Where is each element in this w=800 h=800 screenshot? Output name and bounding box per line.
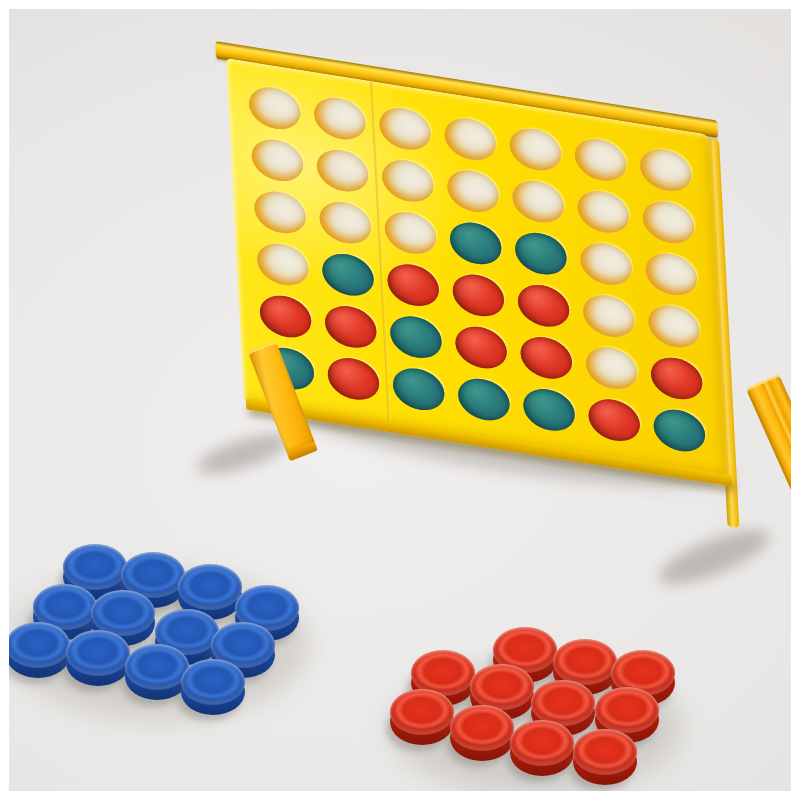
red-checker (450, 705, 514, 761)
red-disc-in-board (386, 260, 440, 309)
red-disc-in-board (452, 270, 506, 319)
empty-hole (509, 125, 563, 174)
red-disc-in-board (517, 281, 571, 330)
blue-checker (6, 622, 70, 678)
blue-disc-in-board (389, 312, 443, 361)
checker-top-face (595, 687, 659, 733)
empty-hole (251, 135, 305, 184)
red-disc-in-board (520, 333, 574, 382)
empty-hole (585, 343, 639, 392)
empty-hole (248, 83, 302, 132)
blue-disc-in-board (457, 375, 511, 424)
cell-d1 (450, 368, 518, 430)
blue-disc-in-board (514, 229, 568, 278)
red-disc-in-board (259, 292, 313, 341)
empty-hole (642, 197, 696, 246)
empty-hole (313, 94, 367, 143)
cell-g1 (645, 399, 713, 461)
checker-top-face (450, 705, 514, 751)
empty-hole (316, 146, 370, 195)
empty-hole (579, 239, 633, 288)
cell-b1 (320, 347, 388, 409)
blue-disc-in-board (321, 250, 375, 299)
red-checker (510, 720, 574, 776)
red-disc-in-board (324, 302, 378, 351)
empty-hole (446, 166, 500, 215)
empty-hole (381, 156, 435, 205)
empty-hole (644, 249, 698, 298)
empty-hole (384, 208, 438, 257)
red-disc-in-board (650, 353, 704, 402)
checker-top-face (125, 644, 189, 690)
blue-disc-in-board (653, 406, 707, 455)
photo-frame (0, 0, 800, 800)
checker-top-face (573, 729, 637, 775)
cell-c1 (385, 358, 453, 420)
right-foot-shadow (653, 519, 775, 595)
red-checker (573, 729, 637, 785)
cell-e1 (515, 378, 583, 440)
checker-top-face (181, 659, 245, 705)
red-disc-in-board (454, 322, 508, 371)
empty-hole (443, 114, 497, 163)
blue-checker (125, 644, 189, 700)
red-disc-in-board (327, 354, 381, 403)
empty-hole (256, 239, 310, 288)
empty-hole (582, 291, 636, 340)
checker-top-face (66, 630, 130, 676)
blue-checker (181, 659, 245, 715)
checker-top-face (553, 639, 617, 685)
blue-disc-in-board (449, 218, 503, 267)
empty-hole (639, 145, 693, 194)
blue-checker (66, 630, 130, 686)
empty-hole (253, 187, 306, 236)
red-checker (390, 689, 454, 745)
blue-disc-in-board (522, 385, 576, 434)
empty-hole (319, 198, 373, 247)
empty-hole (378, 104, 432, 153)
left-foot-shadow (193, 426, 293, 482)
empty-hole (511, 177, 565, 226)
empty-hole (647, 301, 701, 350)
checker-top-face (6, 622, 70, 668)
blue-disc-in-board (392, 364, 446, 413)
empty-hole (574, 135, 628, 184)
checker-top-face (510, 720, 574, 766)
red-disc-in-board (587, 395, 641, 444)
cell-f1 (580, 388, 648, 450)
checker-top-face (470, 664, 534, 710)
checker-top-face (178, 564, 242, 610)
checker-top-face (390, 689, 454, 735)
empty-hole (577, 187, 631, 236)
